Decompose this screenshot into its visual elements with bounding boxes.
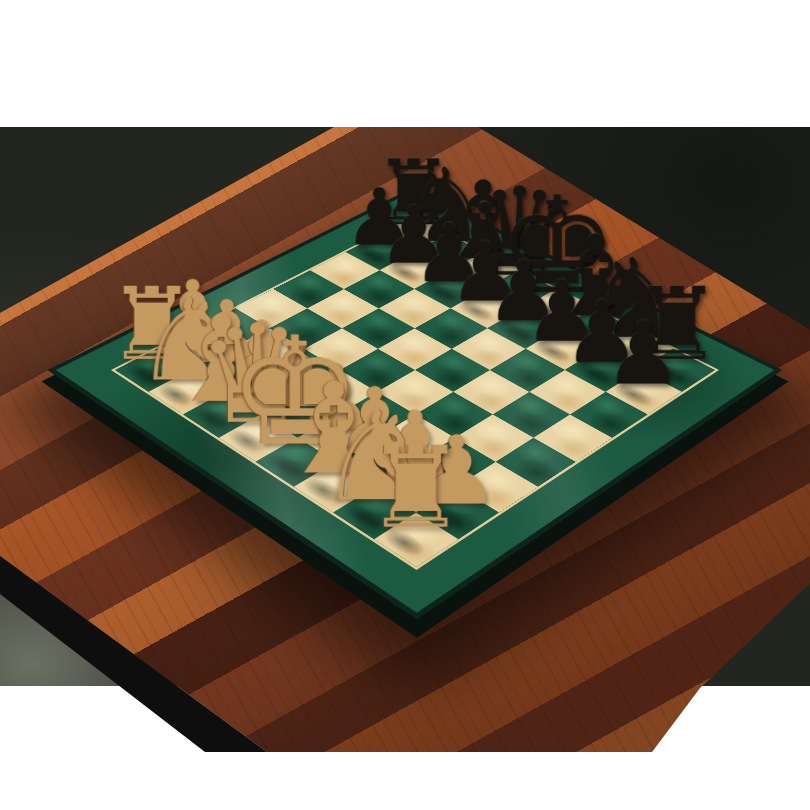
chess-set-photo: ♜♞♝♛♚♝♞♜♟♟♟♟♟♟♟♟♟♟♟♟♟♟♟♟♜♞♝♛♚♝♞♜ [0,0,810,810]
pawn-glyph: ♟ [562,309,725,396]
board-grid: ♜♞♝♛♚♝♞♜♟♟♟♟♟♟♟♟♟♟♟♟♟♟♟♟♜♞♝♛♚♝♞♜ [115,217,715,567]
board-inlay-line: ♜♞♝♛♚♝♞♜♟♟♟♟♟♟♟♟♟♟♟♟♟♟♟♟♜♞♝♛♚♝♞♜ [111,215,719,570]
white-margin-bottom [0,752,810,810]
square-h1: ♜ [374,512,458,566]
white-margin-top [0,0,810,127]
rook-glyph: ♜ [325,432,505,544]
board-scene: ♜♞♝♛♚♝♞♜♟♟♟♟♟♟♟♟♟♟♟♟♟♟♟♟♜♞♝♛♚♝♞♜ [0,127,810,752]
chessboard: ♜♞♝♛♚♝♞♜♟♟♟♟♟♟♟♟♟♟♟♟♟♟♟♟♜♞♝♛♚♝♞♜ [47,187,782,619]
photo-area: ♜♞♝♛♚♝♞♜♟♟♟♟♟♟♟♟♟♟♟♟♟♟♟♟♜♞♝♛♚♝♞♜ [0,127,810,752]
board-green-border: ♜♞♝♛♚♝♞♜♟♟♟♟♟♟♟♟♟♟♟♟♟♟♟♟♜♞♝♛♚♝♞♜ [56,191,774,613]
